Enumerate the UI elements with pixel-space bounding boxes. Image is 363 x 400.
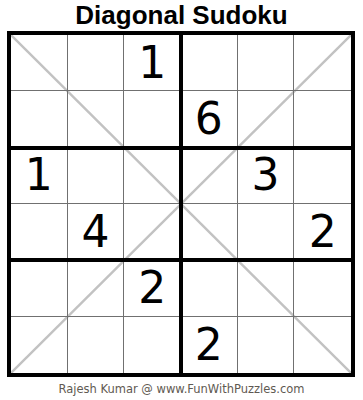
box-divider-horizontal-1 [11,146,351,150]
cell-r3c4[interactable] [181,148,238,204]
cell-r6c6[interactable] [294,317,351,373]
box-divider-horizontal-2 [11,258,351,262]
cell-r3c5[interactable]: 3 [238,148,295,204]
cell-r1c2[interactable] [68,35,125,91]
cell-r3c3[interactable] [124,148,181,204]
cell-r2c1[interactable] [11,91,68,147]
given-digit: 1 [138,41,166,85]
cell-r1c1[interactable] [11,35,68,91]
cell-r6c2[interactable] [68,317,125,373]
credit-text: Rajesh Kumar @ www.FunWithPuzzles.com [0,382,363,396]
given-digit: 1 [25,153,53,197]
cell-r3c2[interactable] [68,148,125,204]
cell-r2c6[interactable] [294,91,351,147]
cell-r1c6[interactable] [294,35,351,91]
given-digit: 6 [195,97,223,141]
page-title: Diagonal Sudoku [0,0,363,30]
cell-r6c3[interactable] [124,317,181,373]
cell-r5c5[interactable] [238,260,295,316]
cell-r4c5[interactable] [238,204,295,260]
cell-r4c4[interactable] [181,204,238,260]
given-digit: 2 [309,210,337,254]
cell-r4c3[interactable] [124,204,181,260]
cell-r2c3[interactable] [124,91,181,147]
given-digit: 4 [81,210,109,254]
cell-r5c2[interactable] [68,260,125,316]
cell-r1c3[interactable]: 1 [124,35,181,91]
cell-r5c1[interactable] [11,260,68,316]
cell-r6c1[interactable] [11,317,68,373]
cell-r6c5[interactable] [238,317,295,373]
given-digit: 2 [195,323,223,367]
box-divider-vertical [179,35,183,373]
cell-r5c3[interactable]: 2 [124,260,181,316]
given-digit: 3 [251,153,279,197]
cell-r6c4[interactable]: 2 [181,317,238,373]
cell-r2c2[interactable] [68,91,125,147]
sudoku-board: 16134222 [7,31,355,377]
cell-r4c2[interactable]: 4 [68,204,125,260]
cell-r1c5[interactable] [238,35,295,91]
cell-r2c4[interactable]: 6 [181,91,238,147]
cell-r3c1[interactable]: 1 [11,148,68,204]
cell-r4c1[interactable] [11,204,68,260]
cell-r4c6[interactable]: 2 [294,204,351,260]
given-digit: 2 [138,266,166,310]
cell-r1c4[interactable] [181,35,238,91]
cell-r2c5[interactable] [238,91,295,147]
cell-r5c4[interactable] [181,260,238,316]
cell-r5c6[interactable] [294,260,351,316]
cell-r3c6[interactable] [294,148,351,204]
